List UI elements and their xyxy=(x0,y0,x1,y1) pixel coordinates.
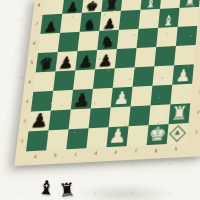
chess-piece-black-pawn: ♟ xyxy=(73,91,91,109)
board-square xyxy=(69,108,91,129)
board-scene: 87654321 ♟♚♜♝♛♜♟♞♟♟♝♞♞♛♟♟♟♟♟♟♟♟♜♟♚♣ abcd… xyxy=(15,0,200,161)
board-square xyxy=(91,88,113,109)
chess-piece-white-pawn: ♟ xyxy=(113,89,131,107)
board-square xyxy=(26,130,48,151)
board-square xyxy=(135,47,157,67)
board-square xyxy=(33,71,55,92)
board-square xyxy=(156,27,177,47)
board-square xyxy=(174,45,195,65)
board-square: ♟ xyxy=(106,126,128,147)
rank-label: 7 xyxy=(199,6,200,26)
board-square xyxy=(73,69,95,90)
chess-piece-black-pawn: ♟ xyxy=(30,112,49,131)
chess-piece-white-queen: ♛ xyxy=(164,0,177,9)
chess-piece-white-bishop: ♝ xyxy=(162,13,176,27)
file-label: c xyxy=(65,148,87,163)
chess-piece-white-pawn: ♟ xyxy=(142,14,156,28)
board-square: ♝ xyxy=(158,8,179,28)
board-square: ♞ xyxy=(97,30,119,50)
chess-piece-black-queen: ♛ xyxy=(39,55,54,73)
board-square: ♟ xyxy=(28,111,50,132)
chess-piece-black-pawn: ♟ xyxy=(58,55,74,71)
chess-piece-white-pawn: ♟ xyxy=(108,127,128,148)
file-label: b xyxy=(45,149,67,164)
board-square: ♟ xyxy=(95,49,117,69)
file-label: h xyxy=(165,143,186,158)
board-square xyxy=(46,129,68,150)
file-label: d xyxy=(85,147,107,162)
board-square xyxy=(77,31,99,51)
board-square: ♣ xyxy=(167,123,189,144)
board-square: ♟ xyxy=(99,11,121,31)
board-square xyxy=(113,67,135,87)
rank-label: 1 xyxy=(189,122,200,143)
chess-piece-black-pawn: ♟ xyxy=(78,54,94,70)
board-square xyxy=(129,105,151,126)
board-square xyxy=(86,127,108,148)
board-square xyxy=(53,70,75,91)
board-square xyxy=(119,10,141,30)
chessboard-photo: 87654321 ♟♚♜♝♛♜♟♞♟♟♝♞♞♛♟♟♟♟♟♟♟♟♜♟♚♣ abcd… xyxy=(0,0,200,200)
rank-label: 6 xyxy=(198,25,200,45)
board-square xyxy=(60,13,82,33)
board-square: ♚ xyxy=(147,124,169,145)
chess-piece-white-bishop: ♝ xyxy=(144,0,157,10)
board-square xyxy=(89,107,111,128)
chess-piece-black-rook: ♜ xyxy=(105,0,118,12)
chess-piece-black-knight: ♞ xyxy=(101,34,115,50)
board-square: ♟ xyxy=(62,0,84,14)
file-label: a xyxy=(24,150,46,165)
board-square xyxy=(51,90,73,111)
chess-piece-black-knight: ♞ xyxy=(83,17,98,31)
chess-piece-black-pawn: ♟ xyxy=(98,53,114,69)
board-square xyxy=(170,84,192,105)
board-square xyxy=(43,0,65,15)
board-square: ♟ xyxy=(71,89,93,110)
rank-label: 2 xyxy=(191,102,200,122)
board-square xyxy=(151,85,173,106)
board-square xyxy=(137,28,159,48)
board-square xyxy=(152,65,174,85)
corner-logo: ♣ xyxy=(169,125,186,142)
club-logo-icon: ♣ xyxy=(174,130,181,137)
board-square xyxy=(38,33,60,53)
board-square xyxy=(127,125,149,146)
file-label: e xyxy=(105,146,127,161)
board-square xyxy=(154,46,176,66)
board-square xyxy=(131,86,153,107)
board-square xyxy=(176,26,197,46)
board-square: ♟ xyxy=(75,50,97,70)
chess-piece-white-rook: ♜ xyxy=(170,105,189,124)
captured-piece-black-rook: ♜ xyxy=(58,180,76,199)
chess-piece-white-rook: ♜ xyxy=(183,0,196,8)
chess-piece-white-knight: ♞ xyxy=(120,34,135,49)
board-square xyxy=(133,66,155,86)
chess-board: 87654321 ♟♚♜♝♛♜♟♞♟♟♝♞♞♛♟♟♟♟♟♟♟♟♜♟♚♣ abcd… xyxy=(14,0,200,166)
chess-piece-white-king: ♚ xyxy=(148,124,168,145)
board-grid: ♟♚♜♝♛♜♟♞♟♟♝♞♞♛♟♟♟♟♟♟♟♟♜♟♚♣ xyxy=(26,0,200,151)
chess-piece-black-pawn: ♟ xyxy=(103,16,117,30)
chess-piece-black-pawn: ♟ xyxy=(66,0,79,13)
board-square xyxy=(58,32,80,52)
board-square xyxy=(49,110,71,131)
file-label: g xyxy=(145,144,166,159)
board-square: ♟ xyxy=(40,14,62,34)
chess-piece-white-pawn: ♟ xyxy=(175,67,192,84)
board-square: ♟ xyxy=(55,51,77,71)
board-square: ♞ xyxy=(80,12,102,32)
board-square xyxy=(115,48,137,68)
file-label: f xyxy=(125,145,147,160)
board-square: ♛ xyxy=(36,52,58,72)
board-square: ♟ xyxy=(111,87,133,108)
board-square: ♟ xyxy=(139,9,160,29)
board-square xyxy=(31,91,53,112)
board-square: ♜ xyxy=(169,103,191,124)
board-square: ♟ xyxy=(172,64,194,84)
board-square: ♞ xyxy=(117,29,139,49)
chess-piece-black-king: ♚ xyxy=(86,0,99,13)
board-square xyxy=(93,68,115,88)
board-square xyxy=(66,128,88,149)
chess-piece-black-pawn: ♟ xyxy=(44,19,58,33)
board-square xyxy=(178,7,199,27)
captured-piece-black-bishop: ♝ xyxy=(37,177,55,197)
